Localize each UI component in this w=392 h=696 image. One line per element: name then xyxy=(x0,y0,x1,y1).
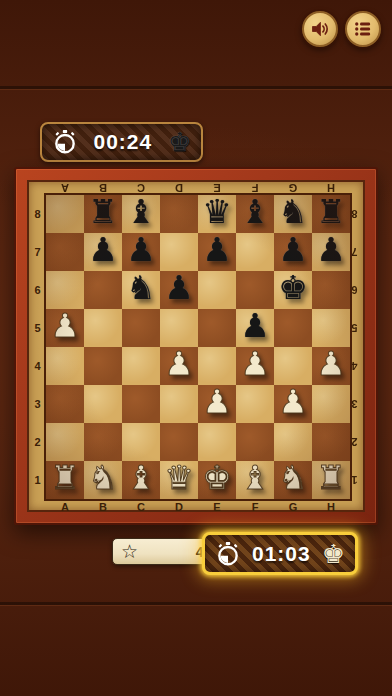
piece-white-pawn[interactable]: ♟ xyxy=(50,309,80,342)
square-h4[interactable]: ♟ xyxy=(312,347,350,385)
square-b2[interactable] xyxy=(84,423,122,461)
square-c7[interactable]: ♟ xyxy=(122,233,160,271)
square-f7[interactable] xyxy=(236,233,274,271)
player-clock-active: 01:03 ♚ xyxy=(202,532,358,575)
square-h2[interactable] xyxy=(312,423,350,461)
piece-white-pawn[interactable]: ♟ xyxy=(316,347,346,380)
piece-black-queen[interactable]: ♛ xyxy=(202,195,232,228)
piece-black-pawn[interactable]: ♟ xyxy=(164,271,194,304)
piece-black-pawn[interactable]: ♟ xyxy=(202,233,232,266)
square-d5[interactable] xyxy=(160,309,198,347)
square-f4[interactable]: ♟ xyxy=(236,347,274,385)
piece-black-bishop[interactable]: ♝ xyxy=(126,195,156,228)
file-label-h: H xyxy=(312,499,350,514)
square-g3[interactable]: ♟ xyxy=(274,385,312,423)
white-king-icon: ♚ xyxy=(322,541,345,567)
square-d1[interactable]: ♛ xyxy=(160,461,198,499)
rank-labels-left: 87654321 xyxy=(29,195,46,499)
piece-white-bishop[interactable]: ♝ xyxy=(126,461,156,494)
square-b6[interactable] xyxy=(84,271,122,309)
chess-board-frame: ABCDEFGH 87654321 87654321 ABCDEFGH ♜♝♛♝… xyxy=(14,167,378,525)
wood-seam-bottom xyxy=(0,602,392,605)
square-d8[interactable] xyxy=(160,195,198,233)
file-label-d: D xyxy=(160,499,198,514)
piece-black-pawn[interactable]: ♟ xyxy=(126,233,156,266)
piece-white-rook[interactable]: ♜ xyxy=(50,461,80,494)
square-d2[interactable] xyxy=(160,423,198,461)
square-g2[interactable] xyxy=(274,423,312,461)
square-c4[interactable] xyxy=(122,347,160,385)
player-time: 01:03 xyxy=(247,542,316,566)
rank-label-8: 8 xyxy=(29,195,46,233)
square-h8[interactable]: ♜ xyxy=(312,195,350,233)
piece-black-knight[interactable]: ♞ xyxy=(126,271,156,304)
piece-white-queen[interactable]: ♛ xyxy=(164,461,194,494)
file-label-a: A xyxy=(46,182,84,195)
board-grid: ♜♝♛♝♞♜♟♟♟♟♟♞♟♚♟♟♟♟♟♟♟♜♞♝♛♚♝♞♜ xyxy=(46,195,350,499)
square-a7[interactable] xyxy=(46,233,84,271)
square-b8[interactable]: ♜ xyxy=(84,195,122,233)
square-h5[interactable] xyxy=(312,309,350,347)
stopwatch-icon xyxy=(215,541,241,567)
square-g5[interactable] xyxy=(274,309,312,347)
square-f1[interactable]: ♝ xyxy=(236,461,274,499)
square-d6[interactable]: ♟ xyxy=(160,271,198,309)
piece-black-king[interactable]: ♚ xyxy=(278,271,308,304)
square-g8[interactable]: ♞ xyxy=(274,195,312,233)
square-c6[interactable]: ♞ xyxy=(122,271,160,309)
square-e6[interactable] xyxy=(198,271,236,309)
rank-label-1: 1 xyxy=(29,461,46,499)
square-f8[interactable]: ♝ xyxy=(236,195,274,233)
square-a6[interactable] xyxy=(46,271,84,309)
square-e3[interactable]: ♟ xyxy=(198,385,236,423)
piece-black-knight[interactable]: ♞ xyxy=(278,195,308,228)
rank-label-2: 2 xyxy=(29,423,46,461)
square-a1[interactable]: ♜ xyxy=(46,461,84,499)
piece-black-pawn[interactable]: ♟ xyxy=(278,233,308,266)
square-g7[interactable]: ♟ xyxy=(274,233,312,271)
piece-black-rook[interactable]: ♜ xyxy=(88,195,118,228)
square-b1[interactable]: ♞ xyxy=(84,461,122,499)
file-label-a: A xyxy=(46,499,84,514)
square-g4[interactable] xyxy=(274,347,312,385)
square-f5[interactable]: ♟ xyxy=(236,309,274,347)
square-h6[interactable] xyxy=(312,271,350,309)
square-c3[interactable] xyxy=(122,385,160,423)
rank-label-7: 7 xyxy=(29,233,46,271)
app: { "game": "chess", "position": { "fen": … xyxy=(0,0,392,696)
square-a4[interactable] xyxy=(46,347,84,385)
piece-white-pawn[interactable]: ♟ xyxy=(278,385,308,418)
square-a8[interactable] xyxy=(46,195,84,233)
menu-button[interactable] xyxy=(345,11,381,47)
square-c5[interactable] xyxy=(122,309,160,347)
file-label-g: G xyxy=(274,499,312,514)
square-e1[interactable]: ♚ xyxy=(198,461,236,499)
square-a3[interactable] xyxy=(46,385,84,423)
piece-black-rook[interactable]: ♜ xyxy=(316,195,346,228)
square-b7[interactable]: ♟ xyxy=(84,233,122,271)
piece-black-pawn[interactable]: ♟ xyxy=(316,233,346,266)
square-h3[interactable] xyxy=(312,385,350,423)
piece-white-rook[interactable]: ♜ xyxy=(316,461,346,494)
piece-white-pawn[interactable]: ♟ xyxy=(240,347,270,380)
square-f6[interactable] xyxy=(236,271,274,309)
square-d7[interactable] xyxy=(160,233,198,271)
square-e7[interactable]: ♟ xyxy=(198,233,236,271)
square-b3[interactable] xyxy=(84,385,122,423)
piece-white-knight[interactable]: ♞ xyxy=(88,461,118,494)
square-a5[interactable]: ♟ xyxy=(46,309,84,347)
square-e2[interactable] xyxy=(198,423,236,461)
file-label-d: D xyxy=(160,182,198,195)
piece-white-bishop[interactable]: ♝ xyxy=(240,461,270,494)
speaker-icon xyxy=(310,19,330,39)
piece-black-pawn[interactable]: ♟ xyxy=(88,233,118,266)
sound-button[interactable] xyxy=(302,11,338,47)
board-border: ABCDEFGH 87654321 87654321 ABCDEFGH ♜♝♛♝… xyxy=(27,180,365,512)
square-g1[interactable]: ♞ xyxy=(274,461,312,499)
square-e4[interactable] xyxy=(198,347,236,385)
piece-white-pawn[interactable]: ♟ xyxy=(202,385,232,418)
rank-label-3: 3 xyxy=(29,385,46,423)
file-label-b: B xyxy=(84,499,122,514)
piece-white-knight[interactable]: ♞ xyxy=(278,461,308,494)
square-b4[interactable] xyxy=(84,347,122,385)
opponent-time: 00:24 xyxy=(84,130,162,154)
piece-black-pawn[interactable]: ♟ xyxy=(240,309,270,342)
square-e5[interactable] xyxy=(198,309,236,347)
square-f3[interactable] xyxy=(236,385,274,423)
square-b5[interactable] xyxy=(84,309,122,347)
square-h7[interactable]: ♟ xyxy=(312,233,350,271)
piece-black-bishop[interactable]: ♝ xyxy=(240,195,270,228)
piece-white-king[interactable]: ♚ xyxy=(202,461,232,494)
square-d4[interactable]: ♟ xyxy=(160,347,198,385)
black-king-icon: ♚ xyxy=(168,129,191,155)
rank-label-6: 6 xyxy=(29,271,46,309)
file-label-f: F xyxy=(236,499,274,514)
rank-label-4: 4 xyxy=(29,347,46,385)
square-h1[interactable]: ♜ xyxy=(312,461,350,499)
wood-seam-top xyxy=(0,86,392,89)
square-a2[interactable] xyxy=(46,423,84,461)
file-label-e: E xyxy=(198,499,236,514)
piece-white-pawn[interactable]: ♟ xyxy=(164,347,194,380)
square-f2[interactable] xyxy=(236,423,274,461)
rank-label-5: 5 xyxy=(29,309,46,347)
square-e8[interactable]: ♛ xyxy=(198,195,236,233)
square-c1[interactable]: ♝ xyxy=(122,461,160,499)
opponent-clock: 00:24 ♚ xyxy=(40,122,203,162)
file-labels-bottom: ABCDEFGH xyxy=(46,499,350,514)
square-c8[interactable]: ♝ xyxy=(122,195,160,233)
square-d3[interactable] xyxy=(160,385,198,423)
square-c2[interactable] xyxy=(122,423,160,461)
square-g6[interactable]: ♚ xyxy=(274,271,312,309)
star-icon: ☆ xyxy=(121,542,138,561)
stopwatch-icon xyxy=(52,129,78,155)
file-label-c: C xyxy=(122,499,160,514)
menu-list-icon xyxy=(353,19,373,39)
